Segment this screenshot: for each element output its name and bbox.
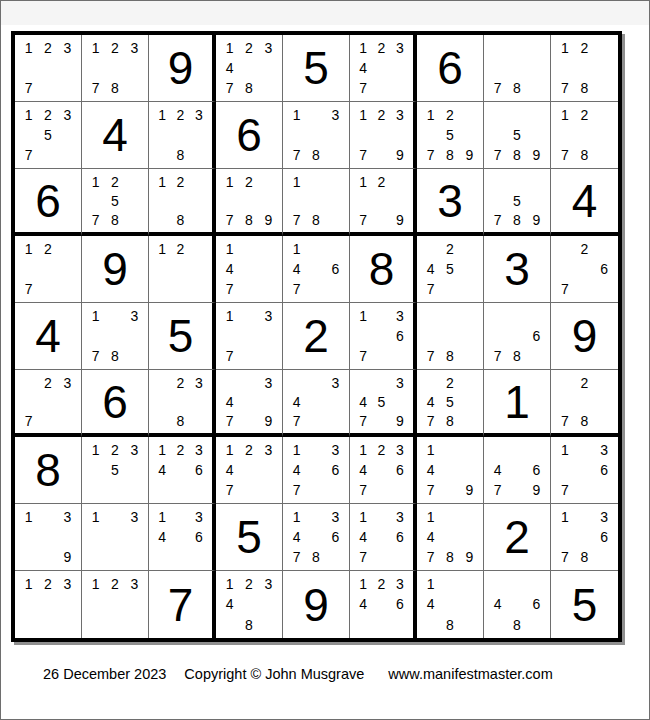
candidate-digit <box>171 125 189 145</box>
cell-r4c2[interactable]: 9 <box>82 236 149 303</box>
candidate-digit <box>190 547 208 567</box>
cell-r2c6[interactable]: 12379 <box>350 102 417 169</box>
candidate-digit <box>460 507 479 527</box>
candidate-digit <box>488 125 507 145</box>
candidate-digit: 1 <box>153 440 171 460</box>
candidate-digit <box>171 507 189 527</box>
candidate-digit <box>372 615 390 635</box>
candidate-digit <box>125 547 144 567</box>
candidate-grid: 24578 <box>417 370 483 433</box>
candidate-digit: 1 <box>86 574 105 594</box>
page: 1237123789123478512347678127812357412386… <box>0 0 650 720</box>
candidate-digit <box>306 259 325 279</box>
candidate-digit <box>594 38 614 58</box>
cell-r8c6[interactable]: 13467 <box>350 504 417 571</box>
candidate-digit: 9 <box>391 145 409 165</box>
candidate-digit <box>391 78 409 98</box>
given-digit: 8 <box>15 437 81 503</box>
cell-r6c7[interactable]: 24578 <box>417 370 484 437</box>
candidate-digit <box>287 191 306 210</box>
candidate-digit: 1 <box>555 507 575 527</box>
candidate-grid: 1367 <box>551 437 618 503</box>
candidate-digit <box>575 527 595 547</box>
candidate-digit: 8 <box>440 346 459 366</box>
candidate-digit <box>239 392 258 411</box>
candidate-digit <box>306 373 325 392</box>
candidate-digit: 2 <box>372 172 390 191</box>
candidate-digit <box>460 615 479 635</box>
candidate-grid: 13467 <box>283 437 349 503</box>
candidate-digit <box>125 172 144 191</box>
candidate-digit <box>19 615 38 635</box>
candidate-digit <box>171 191 189 210</box>
cell-r1c8[interactable]: 78 <box>484 35 551 102</box>
candidate-digit <box>326 125 345 145</box>
cell-r5c2[interactable]: 1378 <box>82 303 149 370</box>
candidate-digit <box>58 259 77 279</box>
candidate-digit <box>372 527 390 547</box>
candidate-digit <box>239 58 258 78</box>
candidate-grid: 1479 <box>417 437 483 503</box>
copyright-text: Copyright © John Musgrave <box>184 666 364 682</box>
cell-r5c7[interactable]: 78 <box>417 303 484 370</box>
cell-r2c5[interactable]: 1378 <box>283 102 350 169</box>
candidate-digit: 7 <box>354 145 372 165</box>
website-link[interactable]: www.manifestmaster.com <box>388 666 552 682</box>
candidate-digit <box>171 547 189 567</box>
cell-r8c8[interactable]: 2 <box>484 504 551 571</box>
candidate-digit <box>58 125 77 145</box>
candidate-digit: 1 <box>19 105 38 125</box>
candidate-digit <box>190 125 208 145</box>
candidate-digit: 7 <box>488 210 507 229</box>
cell-r3c5[interactable]: 178 <box>283 169 350 236</box>
cell-r9c2[interactable]: 123 <box>82 571 149 638</box>
cell-r5c5[interactable]: 2 <box>283 303 350 370</box>
candidate-digit <box>220 615 239 635</box>
candidate-digit: 7 <box>19 78 38 98</box>
candidate-digit <box>259 346 278 366</box>
cell-r4c3[interactable]: 12 <box>149 236 216 303</box>
candidate-digit: 9 <box>259 411 278 430</box>
cell-r6c6[interactable]: 34579 <box>350 370 417 437</box>
cell-r1c5[interactable]: 5 <box>283 35 350 102</box>
candidate-grid: 1278 <box>551 102 618 168</box>
cell-r4c5[interactable]: 1467 <box>283 236 350 303</box>
candidate-digit <box>190 392 208 411</box>
cell-r3c1[interactable]: 6 <box>15 169 82 236</box>
candidate-digit <box>488 574 507 594</box>
candidate-digit <box>105 615 124 635</box>
candidate-digit <box>421 326 440 346</box>
candidate-digit: 4 <box>354 392 372 411</box>
candidate-digit <box>594 58 614 78</box>
candidate-digit <box>354 326 372 346</box>
candidate-digit <box>58 594 77 614</box>
candidate-digit: 9 <box>259 210 278 229</box>
candidate-digit: 5 <box>440 259 459 279</box>
candidate-digit <box>555 460 575 480</box>
cell-r5c9[interactable]: 9 <box>551 303 618 370</box>
candidate-grid: 12378 <box>82 35 148 101</box>
candidate-digit: 3 <box>259 38 278 58</box>
sudoku-board: 1237123789123478512347678127812357412386… <box>11 31 622 642</box>
cell-r3c2[interactable]: 12578 <box>82 169 149 236</box>
cell-r4c1[interactable]: 127 <box>15 236 82 303</box>
candidate-grid: 12379 <box>350 102 413 168</box>
cell-r9c3[interactable]: 7 <box>149 571 216 638</box>
candidate-digit: 9 <box>391 210 409 229</box>
candidate-digit <box>86 58 105 78</box>
candidate-digit: 7 <box>555 145 575 165</box>
cell-r5c6[interactable]: 1367 <box>350 303 417 370</box>
candidate-digit <box>326 191 345 210</box>
cell-r2c1[interactable]: 12357 <box>15 102 82 169</box>
candidate-digit: 7 <box>555 411 575 430</box>
given-digit: 4 <box>15 303 81 369</box>
cell-r3c8[interactable]: 5789 <box>484 169 551 236</box>
cell-r2c7[interactable]: 125789 <box>417 102 484 169</box>
cell-r9c7[interactable]: 148 <box>417 571 484 638</box>
candidate-digit: 8 <box>306 145 325 165</box>
candidate-digit: 6 <box>594 460 614 480</box>
cell-r9c1[interactable]: 123 <box>15 571 82 638</box>
cell-r7c4[interactable]: 12347 <box>216 437 283 504</box>
candidate-digit: 3 <box>391 306 409 326</box>
cell-r6c8[interactable]: 1 <box>484 370 551 437</box>
candidate-digit: 3 <box>190 105 208 125</box>
candidate-digit: 8 <box>507 78 526 98</box>
candidate-grid: 127 <box>15 236 81 302</box>
candidate-digit: 1 <box>220 38 239 58</box>
candidate-grid: 12347 <box>350 35 413 101</box>
candidate-digit <box>460 105 479 125</box>
cell-r8c3[interactable]: 1346 <box>149 504 216 571</box>
candidate-digit <box>259 191 278 210</box>
candidate-digit: 2 <box>105 574 124 594</box>
candidate-digit: 2 <box>171 239 189 259</box>
cell-r7c9[interactable]: 1367 <box>551 437 618 504</box>
candidate-digit <box>86 326 105 346</box>
candidate-digit: 4 <box>488 460 507 480</box>
candidate-digit <box>239 326 258 346</box>
candidate-digit <box>171 527 189 547</box>
cell-r1c7[interactable]: 6 <box>417 35 484 102</box>
candidate-digit: 4 <box>220 259 239 279</box>
candidate-digit <box>575 440 595 460</box>
candidate-grid: 13678 <box>551 504 618 570</box>
candidate-grid: 1378 <box>82 303 148 369</box>
candidate-digit: 3 <box>125 306 144 326</box>
candidate-digit: 3 <box>125 507 144 527</box>
cell-r8c1[interactable]: 139 <box>15 504 82 571</box>
candidate-digit <box>38 527 57 547</box>
cell-r7c6[interactable]: 123467 <box>350 437 417 504</box>
candidate-digit <box>421 306 440 326</box>
candidate-grid: 13467 <box>350 504 413 570</box>
candidate-digit <box>171 259 189 279</box>
candidate-digit: 1 <box>287 440 306 460</box>
cell-r8c2[interactable]: 13 <box>82 504 149 571</box>
candidate-digit <box>306 191 325 210</box>
candidate-digit: 7 <box>287 547 306 567</box>
given-digit: 1 <box>484 370 550 433</box>
cell-r9c4[interactable]: 12348 <box>216 571 283 638</box>
candidate-digit <box>153 125 171 145</box>
candidate-grid: 125789 <box>417 102 483 168</box>
candidate-digit <box>594 373 614 392</box>
candidate-digit: 2 <box>105 172 124 191</box>
candidate-digit <box>326 210 345 229</box>
candidate-digit: 7 <box>354 411 372 430</box>
cell-r6c9[interactable]: 278 <box>551 370 618 437</box>
candidate-digit <box>220 191 239 210</box>
candidate-digit <box>239 279 258 299</box>
candidate-digit: 7 <box>287 145 306 165</box>
candidate-grid: 237 <box>15 370 81 433</box>
candidate-digit: 8 <box>105 210 124 229</box>
candidate-digit <box>460 392 479 411</box>
cell-r2c2[interactable]: 4 <box>82 102 149 169</box>
candidate-digit <box>326 145 345 165</box>
candidate-digit: 7 <box>19 411 38 430</box>
candidate-digit <box>259 239 278 259</box>
candidate-digit <box>555 259 575 279</box>
candidate-digit: 2 <box>440 373 459 392</box>
cell-r7c8[interactable]: 4679 <box>484 437 551 504</box>
candidate-digit: 1 <box>19 239 38 259</box>
candidate-digit: 3 <box>259 440 278 460</box>
candidate-digit <box>58 527 77 547</box>
candidate-digit <box>527 172 546 191</box>
candidate-digit: 8 <box>507 210 526 229</box>
candidate-digit <box>555 373 575 392</box>
candidate-digit <box>58 615 77 635</box>
candidate-digit: 6 <box>527 326 546 346</box>
cell-r3c7[interactable]: 3 <box>417 169 484 236</box>
candidate-digit <box>190 239 208 259</box>
cell-r5c1[interactable]: 4 <box>15 303 82 370</box>
candidate-digit <box>594 411 614 430</box>
cell-r6c1[interactable]: 237 <box>15 370 82 437</box>
candidate-digit <box>190 411 208 430</box>
candidate-digit <box>372 191 390 210</box>
candidate-digit <box>391 480 409 500</box>
candidate-digit: 1 <box>555 105 575 125</box>
candidate-digit <box>239 411 258 430</box>
candidate-digit <box>190 210 208 229</box>
candidate-digit: 7 <box>287 210 306 229</box>
candidate-digit <box>507 172 526 191</box>
given-digit: 2 <box>484 504 550 570</box>
cell-r4c8[interactable]: 3 <box>484 236 551 303</box>
candidate-digit: 6 <box>326 460 345 480</box>
candidate-digit: 1 <box>86 306 105 326</box>
cell-r4c7[interactable]: 2457 <box>417 236 484 303</box>
candidate-digit <box>153 411 171 430</box>
candidate-digit <box>38 145 57 165</box>
candidate-digit <box>125 58 144 78</box>
candidate-digit <box>460 279 479 299</box>
cell-r5c4[interactable]: 137 <box>216 303 283 370</box>
candidate-digit <box>575 279 595 299</box>
candidate-digit: 1 <box>354 574 372 594</box>
candidate-digit: 1 <box>153 172 171 191</box>
cell-r8c7[interactable]: 14789 <box>417 504 484 571</box>
candidate-digit <box>259 480 278 500</box>
candidate-digit: 7 <box>421 279 440 299</box>
candidate-digit: 2 <box>105 38 124 58</box>
candidate-grid: 278 <box>551 370 618 433</box>
cell-r6c4[interactable]: 3479 <box>216 370 283 437</box>
candidate-digit: 7 <box>19 145 38 165</box>
cell-r3c3[interactable]: 128 <box>149 169 216 236</box>
cell-r7c7[interactable]: 1479 <box>417 437 484 504</box>
candidate-digit: 7 <box>287 480 306 500</box>
candidate-digit <box>488 306 507 326</box>
candidate-digit: 8 <box>440 411 459 430</box>
cell-r3c9[interactable]: 4 <box>551 169 618 236</box>
candidate-digit: 2 <box>38 373 57 392</box>
cell-r7c5[interactable]: 13467 <box>283 437 350 504</box>
cell-r8c5[interactable]: 134678 <box>283 504 350 571</box>
candidate-digit <box>153 480 171 500</box>
candidate-digit: 3 <box>58 507 77 527</box>
candidate-digit <box>460 373 479 392</box>
candidate-digit: 8 <box>575 145 595 165</box>
candidate-digit <box>372 78 390 98</box>
cell-r4c9[interactable]: 267 <box>551 236 618 303</box>
cell-r5c3[interactable]: 5 <box>149 303 216 370</box>
candidate-grid: 468 <box>484 571 550 638</box>
given-digit: 9 <box>82 236 148 302</box>
candidate-digit <box>594 78 614 98</box>
candidate-digit: 3 <box>58 373 77 392</box>
candidate-digit: 6 <box>594 259 614 279</box>
cell-r7c2[interactable]: 1235 <box>82 437 149 504</box>
candidate-digit: 7 <box>421 411 440 430</box>
candidate-digit: 3 <box>125 574 144 594</box>
candidate-digit <box>125 326 144 346</box>
candidate-digit: 7 <box>421 145 440 165</box>
candidate-digit: 7 <box>220 210 239 229</box>
candidate-digit: 7 <box>354 210 372 229</box>
candidate-digit <box>460 125 479 145</box>
candidate-digit <box>372 547 390 567</box>
candidate-digit <box>488 615 507 635</box>
candidate-digit: 1 <box>555 440 575 460</box>
candidate-digit <box>259 259 278 279</box>
candidate-digit <box>125 78 144 98</box>
cell-r6c2[interactable]: 6 <box>82 370 149 437</box>
cell-r3c4[interactable]: 12789 <box>216 169 283 236</box>
candidate-digit <box>38 547 57 567</box>
candidate-digit <box>507 326 526 346</box>
candidate-digit: 8 <box>507 346 526 366</box>
candidate-digit <box>171 392 189 411</box>
candidate-digit: 2 <box>575 105 595 125</box>
candidate-digit: 7 <box>354 346 372 366</box>
candidate-digit: 1 <box>220 306 239 326</box>
candidate-digit: 8 <box>171 145 189 165</box>
candidate-digit: 5 <box>105 460 124 480</box>
candidate-digit: 4 <box>421 392 440 411</box>
cell-r9c8[interactable]: 468 <box>484 571 551 638</box>
candidate-grid: 1378 <box>283 102 349 168</box>
cell-r7c1[interactable]: 8 <box>15 437 82 504</box>
candidate-digit <box>507 105 526 125</box>
candidate-digit <box>372 411 390 430</box>
candidate-digit <box>488 191 507 210</box>
cell-r1c1[interactable]: 1237 <box>15 35 82 102</box>
candidate-grid: 1237 <box>15 35 81 101</box>
candidate-digit: 7 <box>354 480 372 500</box>
cell-r1c6[interactable]: 12347 <box>350 35 417 102</box>
cell-r2c8[interactable]: 5789 <box>484 102 551 169</box>
given-digit: 3 <box>484 236 550 302</box>
candidate-digit: 8 <box>575 547 595 567</box>
cell-r9c6[interactable]: 12346 <box>350 571 417 638</box>
cell-r6c3[interactable]: 238 <box>149 370 216 437</box>
cell-r1c2[interactable]: 12378 <box>82 35 149 102</box>
cell-r2c3[interactable]: 1238 <box>149 102 216 169</box>
cell-r5c8[interactable]: 678 <box>484 303 551 370</box>
candidate-digit <box>86 527 105 547</box>
cell-r9c9[interactable]: 5 <box>551 571 618 638</box>
candidate-digit <box>527 306 546 326</box>
cell-r1c3[interactable]: 9 <box>149 35 216 102</box>
candidate-digit <box>440 574 459 594</box>
candidate-grid: 148 <box>417 571 483 638</box>
candidate-digit: 5 <box>440 125 459 145</box>
candidate-grid: 34579 <box>350 370 413 433</box>
cell-r7c3[interactable]: 12346 <box>149 437 216 504</box>
candidate-digit <box>527 38 546 58</box>
cell-r2c4[interactable]: 6 <box>216 102 283 169</box>
cell-r1c4[interactable]: 123478 <box>216 35 283 102</box>
cell-r4c4[interactable]: 147 <box>216 236 283 303</box>
cell-r8c9[interactable]: 13678 <box>551 504 618 571</box>
candidate-digit: 3 <box>594 507 614 527</box>
candidate-digit: 4 <box>354 527 372 547</box>
cell-r1c9[interactable]: 1278 <box>551 35 618 102</box>
candidate-grid: 147 <box>216 236 282 302</box>
candidate-digit <box>372 125 390 145</box>
candidate-digit <box>594 547 614 567</box>
cell-r2c9[interactable]: 1278 <box>551 102 618 169</box>
candidate-digit <box>239 480 258 500</box>
cell-r4c6[interactable]: 8 <box>350 236 417 303</box>
candidate-digit: 1 <box>421 105 440 125</box>
cell-r8c4[interactable]: 5 <box>216 504 283 571</box>
given-digit: 4 <box>82 102 148 168</box>
candidate-digit: 1 <box>220 574 239 594</box>
candidate-digit: 5 <box>38 125 57 145</box>
candidate-digit: 2 <box>171 373 189 392</box>
candidate-digit <box>527 125 546 145</box>
footer: 26 December 2023 Copyright © John Musgra… <box>43 666 649 682</box>
candidate-digit <box>220 373 239 392</box>
cell-r3c6[interactable]: 1279 <box>350 169 417 236</box>
cell-r6c5[interactable]: 347 <box>283 370 350 437</box>
cell-r9c5[interactable]: 9 <box>283 571 350 638</box>
candidate-digit: 3 <box>259 373 278 392</box>
candidate-digit: 4 <box>287 460 306 480</box>
candidate-digit: 5 <box>507 125 526 145</box>
candidate-digit <box>507 594 526 614</box>
candidate-digit: 2 <box>239 172 258 191</box>
candidate-digit: 5 <box>440 392 459 411</box>
